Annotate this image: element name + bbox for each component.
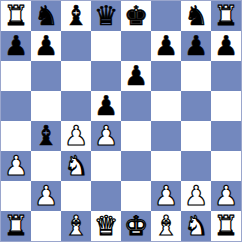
black-pawn[interactable]: ♟ xyxy=(184,32,208,59)
white-pawn[interactable]: ♟ xyxy=(94,122,118,149)
square-g8[interactable]: ♞ xyxy=(181,1,211,31)
square-b6[interactable] xyxy=(31,61,61,91)
black-knight[interactable]: ♞ xyxy=(34,2,58,29)
square-f6[interactable] xyxy=(151,61,181,91)
square-b1[interactable] xyxy=(31,211,61,241)
square-h8[interactable]: ♜ xyxy=(211,1,241,31)
black-queen[interactable]: ♛ xyxy=(94,2,118,29)
square-h4[interactable] xyxy=(211,121,241,151)
square-d8[interactable]: ♛ xyxy=(91,1,121,31)
black-pawn[interactable]: ♟ xyxy=(34,32,58,59)
white-pawn[interactable]: ♟ xyxy=(154,182,178,209)
square-a4[interactable] xyxy=(1,121,31,151)
square-d6[interactable] xyxy=(91,61,121,91)
square-g2[interactable]: ♟ xyxy=(181,181,211,211)
square-e5[interactable] xyxy=(121,91,151,121)
square-c2[interactable] xyxy=(61,181,91,211)
square-f3[interactable] xyxy=(151,151,181,181)
square-b8[interactable]: ♞ xyxy=(31,1,61,31)
square-a3[interactable]: ♟ xyxy=(1,151,31,181)
white-pawn[interactable]: ♟ xyxy=(214,182,238,209)
black-bishop[interactable]: ♝ xyxy=(34,122,58,149)
square-d3[interactable] xyxy=(91,151,121,181)
square-b4[interactable]: ♝ xyxy=(31,121,61,151)
black-bishop[interactable]: ♝ xyxy=(64,2,88,29)
square-c7[interactable] xyxy=(61,31,91,61)
white-bishop[interactable]: ♝ xyxy=(154,212,178,239)
square-h2[interactable]: ♟ xyxy=(211,181,241,211)
square-a6[interactable] xyxy=(1,61,31,91)
square-f7[interactable]: ♟ xyxy=(151,31,181,61)
square-f1[interactable]: ♝ xyxy=(151,211,181,241)
square-b3[interactable] xyxy=(31,151,61,181)
square-e2[interactable] xyxy=(121,181,151,211)
square-d2[interactable] xyxy=(91,181,121,211)
square-c5[interactable] xyxy=(61,91,91,121)
square-g3[interactable] xyxy=(181,151,211,181)
black-pawn[interactable]: ♟ xyxy=(154,32,178,59)
square-c1[interactable]: ♝ xyxy=(61,211,91,241)
square-a5[interactable] xyxy=(1,91,31,121)
white-knight[interactable]: ♞ xyxy=(64,152,88,179)
square-d4[interactable]: ♟ xyxy=(91,121,121,151)
square-f5[interactable] xyxy=(151,91,181,121)
square-e1[interactable]: ♚ xyxy=(121,211,151,241)
square-g5[interactable] xyxy=(181,91,211,121)
black-knight[interactable]: ♞ xyxy=(184,2,208,29)
white-pawn[interactable]: ♟ xyxy=(34,182,58,209)
white-pawn[interactable]: ♟ xyxy=(4,152,28,179)
black-pawn[interactable]: ♟ xyxy=(214,32,238,59)
square-g1[interactable]: ♞ xyxy=(181,211,211,241)
square-h1[interactable]: ♜ xyxy=(211,211,241,241)
white-rook[interactable]: ♜ xyxy=(4,212,28,239)
square-f8[interactable] xyxy=(151,1,181,31)
square-a2[interactable] xyxy=(1,181,31,211)
square-g7[interactable]: ♟ xyxy=(181,31,211,61)
square-f2[interactable]: ♟ xyxy=(151,181,181,211)
white-rook[interactable]: ♜ xyxy=(214,2,238,29)
white-rook[interactable]: ♜ xyxy=(214,212,238,239)
square-c3[interactable]: ♞ xyxy=(61,151,91,181)
square-c4[interactable]: ♟ xyxy=(61,121,91,151)
square-e8[interactable]: ♚ xyxy=(121,1,151,31)
square-h3[interactable] xyxy=(211,151,241,181)
square-a8[interactable]: ♜ xyxy=(1,1,31,31)
white-queen[interactable]: ♛ xyxy=(94,212,118,239)
square-d5[interactable]: ♟ xyxy=(91,91,121,121)
square-g4[interactable] xyxy=(181,121,211,151)
square-d1[interactable]: ♛ xyxy=(91,211,121,241)
square-e7[interactable] xyxy=(121,31,151,61)
square-e4[interactable] xyxy=(121,121,151,151)
black-pawn[interactable]: ♟ xyxy=(4,32,28,59)
square-g6[interactable] xyxy=(181,61,211,91)
square-b5[interactable] xyxy=(31,91,61,121)
white-rook[interactable]: ♜ xyxy=(4,2,28,29)
square-d7[interactable] xyxy=(91,31,121,61)
square-h6[interactable] xyxy=(211,61,241,91)
square-f4[interactable] xyxy=(151,121,181,151)
square-b2[interactable]: ♟ xyxy=(31,181,61,211)
square-h7[interactable]: ♟ xyxy=(211,31,241,61)
black-pawn[interactable]: ♟ xyxy=(94,92,118,119)
square-e6[interactable]: ♟ xyxy=(121,61,151,91)
square-a7[interactable]: ♟ xyxy=(1,31,31,61)
square-c6[interactable] xyxy=(61,61,91,91)
square-b7[interactable]: ♟ xyxy=(31,31,61,61)
square-h5[interactable] xyxy=(211,91,241,121)
black-pawn[interactable]: ♟ xyxy=(124,62,148,89)
square-c8[interactable]: ♝ xyxy=(61,1,91,31)
square-e3[interactable] xyxy=(121,151,151,181)
white-bishop[interactable]: ♝ xyxy=(64,212,88,239)
white-pawn[interactable]: ♟ xyxy=(64,122,88,149)
square-a1[interactable]: ♜ xyxy=(1,211,31,241)
chess-board: ♜♞♝♛♚♞♜♟♟♟♟♟♟♟♝♟♟♟♞♟♟♟♟♜♝♛♚♝♞♜ xyxy=(0,0,242,242)
black-king[interactable]: ♚ xyxy=(124,2,148,29)
white-knight[interactable]: ♞ xyxy=(184,212,208,239)
white-king[interactable]: ♚ xyxy=(124,212,148,239)
white-pawn[interactable]: ♟ xyxy=(184,182,208,209)
